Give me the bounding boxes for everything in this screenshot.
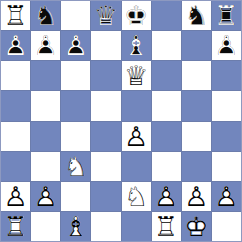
piece-glyph-outline: ♕ xyxy=(122,61,151,90)
piece-glyph-fill: ♟ xyxy=(182,182,211,211)
square-e7[interactable]: ♝♗ xyxy=(122,31,151,60)
piece-white-bishop[interactable]: ♝♗ xyxy=(61,212,90,241)
piece-glyph-outline: ♘ xyxy=(122,182,151,211)
square-f2[interactable]: ♟♙ xyxy=(152,182,181,211)
piece-glyph-fill: ♜ xyxy=(1,1,30,30)
square-e5[interactable] xyxy=(122,91,151,120)
piece-black-pawn[interactable]: ♟♙ xyxy=(61,31,90,60)
square-d1[interactable] xyxy=(91,212,120,241)
piece-glyph-outline: ♙ xyxy=(61,31,90,60)
piece-glyph-fill: ♜ xyxy=(212,1,241,30)
chess-board: ♜♖♞♘♛♕♚♔♞♘♜♖♟♙♟♙♟♙♝♗♟♙♛♕♟♙♞♘♟♙♟♙♞♘♟♙♟♙♟♙… xyxy=(0,0,242,242)
square-f6[interactable] xyxy=(152,61,181,90)
square-d4[interactable] xyxy=(91,122,120,151)
square-b5[interactable] xyxy=(31,91,60,120)
square-b1[interactable] xyxy=(31,212,60,241)
piece-glyph-outline: ♙ xyxy=(1,182,30,211)
piece-black-knight[interactable]: ♞♘ xyxy=(182,1,211,30)
piece-black-queen[interactable]: ♛♕ xyxy=(91,1,120,30)
chess-board-wrapper: ♜♖♞♘♛♕♚♔♞♘♜♖♟♙♟♙♟♙♝♗♟♙♛♕♟♙♞♘♟♙♟♙♞♘♟♙♟♙♟♙… xyxy=(0,0,242,242)
piece-black-king[interactable]: ♚♔ xyxy=(122,1,151,30)
square-b7[interactable]: ♟♙ xyxy=(31,31,60,60)
square-f1[interactable]: ♜♖ xyxy=(152,212,181,241)
square-f4[interactable] xyxy=(152,122,181,151)
piece-glyph-fill: ♚ xyxy=(122,1,151,30)
piece-glyph-outline: ♙ xyxy=(31,182,60,211)
square-h3[interactable] xyxy=(212,152,241,181)
square-h8[interactable]: ♜♖ xyxy=(212,1,241,30)
square-g8[interactable]: ♞♘ xyxy=(182,1,211,30)
piece-glyph-outline: ♕ xyxy=(91,1,120,30)
square-d7[interactable] xyxy=(91,31,120,60)
piece-glyph-fill: ♞ xyxy=(122,182,151,211)
square-h6[interactable] xyxy=(212,61,241,90)
square-b6[interactable] xyxy=(31,61,60,90)
piece-glyph-outline: ♙ xyxy=(152,182,181,211)
piece-glyph-fill: ♚ xyxy=(182,212,211,241)
square-d6[interactable] xyxy=(91,61,120,90)
piece-white-rook[interactable]: ♜♖ xyxy=(1,212,30,241)
piece-glyph-fill: ♟ xyxy=(1,182,30,211)
square-g4[interactable] xyxy=(182,122,211,151)
square-e8[interactable]: ♚♔ xyxy=(122,1,151,30)
piece-glyph-fill: ♟ xyxy=(31,31,60,60)
square-b3[interactable] xyxy=(31,152,60,181)
piece-black-pawn[interactable]: ♟♙ xyxy=(1,31,30,60)
square-a8[interactable]: ♜♖ xyxy=(1,1,30,30)
piece-glyph-outline: ♘ xyxy=(31,1,60,30)
square-g7[interactable] xyxy=(182,31,211,60)
square-g1[interactable]: ♚♔ xyxy=(182,212,211,241)
square-d5[interactable] xyxy=(91,91,120,120)
square-a4[interactable] xyxy=(1,122,30,151)
square-b8[interactable]: ♞♘ xyxy=(31,1,60,30)
piece-white-pawn[interactable]: ♟♙ xyxy=(182,182,211,211)
piece-glyph-outline: ♖ xyxy=(152,212,181,241)
square-c7[interactable]: ♟♙ xyxy=(61,31,90,60)
piece-glyph-fill: ♛ xyxy=(91,1,120,30)
piece-glyph-fill: ♞ xyxy=(182,1,211,30)
square-c1[interactable]: ♝♗ xyxy=(61,212,90,241)
square-c8[interactable] xyxy=(61,1,90,30)
square-g3[interactable] xyxy=(182,152,211,181)
piece-glyph-fill: ♜ xyxy=(152,212,181,241)
square-c5[interactable] xyxy=(61,91,90,120)
piece-glyph-outline: ♘ xyxy=(61,152,90,181)
piece-glyph-outline: ♔ xyxy=(182,212,211,241)
piece-glyph-outline: ♖ xyxy=(1,212,30,241)
piece-glyph-outline: ♗ xyxy=(61,212,90,241)
piece-glyph-outline: ♙ xyxy=(212,31,241,60)
piece-glyph-outline: ♗ xyxy=(122,31,151,60)
piece-glyph-fill: ♟ xyxy=(31,182,60,211)
piece-white-pawn[interactable]: ♟♙ xyxy=(152,182,181,211)
piece-black-knight[interactable]: ♞♘ xyxy=(31,1,60,30)
piece-black-pawn[interactable]: ♟♙ xyxy=(212,31,241,60)
piece-glyph-fill: ♟ xyxy=(122,122,151,151)
square-c2[interactable] xyxy=(61,182,90,211)
square-c6[interactable] xyxy=(61,61,90,90)
square-d8[interactable]: ♛♕ xyxy=(91,1,120,30)
piece-glyph-fill: ♟ xyxy=(61,31,90,60)
piece-glyph-fill: ♟ xyxy=(212,182,241,211)
piece-glyph-outline: ♙ xyxy=(182,182,211,211)
square-a3[interactable] xyxy=(1,152,30,181)
piece-glyph-fill: ♟ xyxy=(152,182,181,211)
square-f8[interactable] xyxy=(152,1,181,30)
square-d2[interactable] xyxy=(91,182,120,211)
piece-glyph-outline: ♙ xyxy=(1,31,30,60)
square-h4[interactable] xyxy=(212,122,241,151)
piece-glyph-outline: ♙ xyxy=(122,122,151,151)
piece-white-rook[interactable]: ♜♖ xyxy=(1,1,30,30)
piece-glyph-fill: ♞ xyxy=(61,152,90,181)
square-e1[interactable] xyxy=(122,212,151,241)
piece-black-pawn[interactable]: ♟♙ xyxy=(31,31,60,60)
piece-glyph-outline: ♙ xyxy=(31,31,60,60)
piece-glyph-fill: ♛ xyxy=(122,61,151,90)
square-d3[interactable] xyxy=(91,152,120,181)
piece-white-pawn[interactable]: ♟♙ xyxy=(31,182,60,211)
piece-glyph-outline: ♘ xyxy=(182,1,211,30)
piece-glyph-outline: ♔ xyxy=(122,1,151,30)
square-e6[interactable]: ♛♕ xyxy=(122,61,151,90)
piece-black-bishop[interactable]: ♝♗ xyxy=(122,31,151,60)
piece-glyph-outline: ♙ xyxy=(212,182,241,211)
square-a5[interactable] xyxy=(1,91,30,120)
square-a1[interactable]: ♜♖ xyxy=(1,212,30,241)
piece-glyph-fill: ♟ xyxy=(212,31,241,60)
piece-white-rook[interactable]: ♜♖ xyxy=(152,212,181,241)
square-e2[interactable]: ♞♘ xyxy=(122,182,151,211)
square-a7[interactable]: ♟♙ xyxy=(1,31,30,60)
piece-white-pawn[interactable]: ♟♙ xyxy=(1,182,30,211)
piece-glyph-outline: ♖ xyxy=(212,1,241,30)
square-h7[interactable]: ♟♙ xyxy=(212,31,241,60)
piece-black-rook[interactable]: ♜♖ xyxy=(212,1,241,30)
square-c4[interactable] xyxy=(61,122,90,151)
square-a6[interactable] xyxy=(1,61,30,90)
square-c3[interactable]: ♞♘ xyxy=(61,152,90,181)
piece-glyph-fill: ♝ xyxy=(122,31,151,60)
square-e4[interactable]: ♟♙ xyxy=(122,122,151,151)
square-h2[interactable]: ♟♙ xyxy=(212,182,241,211)
piece-glyph-outline: ♖ xyxy=(1,1,30,30)
square-b2[interactable]: ♟♙ xyxy=(31,182,60,211)
square-f3[interactable] xyxy=(152,152,181,181)
square-f7[interactable] xyxy=(152,31,181,60)
piece-white-knight[interactable]: ♞♘ xyxy=(61,152,90,181)
piece-white-knight[interactable]: ♞♘ xyxy=(122,182,151,211)
square-g6[interactable] xyxy=(182,61,211,90)
square-b4[interactable] xyxy=(31,122,60,151)
piece-glyph-fill: ♝ xyxy=(61,212,90,241)
square-f5[interactable] xyxy=(152,91,181,120)
square-h1[interactable] xyxy=(212,212,241,241)
square-a2[interactable]: ♟♙ xyxy=(1,182,30,211)
square-e3[interactable] xyxy=(122,152,151,181)
piece-glyph-fill: ♜ xyxy=(1,212,30,241)
square-h5[interactable] xyxy=(212,91,241,120)
square-g2[interactable]: ♟♙ xyxy=(182,182,211,211)
piece-glyph-fill: ♞ xyxy=(31,1,60,30)
piece-white-pawn[interactable]: ♟♙ xyxy=(122,122,151,151)
piece-white-king[interactable]: ♚♔ xyxy=(182,212,211,241)
square-g5[interactable] xyxy=(182,91,211,120)
piece-white-pawn[interactable]: ♟♙ xyxy=(212,182,241,211)
piece-glyph-fill: ♟ xyxy=(1,31,30,60)
piece-white-queen[interactable]: ♛♕ xyxy=(122,61,151,90)
